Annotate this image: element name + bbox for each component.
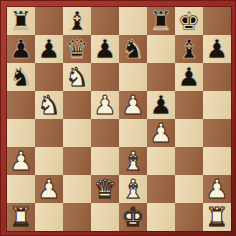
square-b4[interactable] xyxy=(35,119,63,147)
square-b5[interactable]: ♞ xyxy=(35,91,63,119)
piece-white-rook-a1[interactable]: ♜ xyxy=(9,203,32,231)
square-b2[interactable]: ♟ xyxy=(35,175,63,203)
square-e1[interactable]: ♚ xyxy=(119,203,147,231)
square-c8[interactable]: ♝ xyxy=(63,7,91,35)
square-a5[interactable] xyxy=(7,91,35,119)
piece-white-pawn-a3[interactable]: ♟ xyxy=(9,147,32,175)
piece-black-knight-e7[interactable]: ♞ xyxy=(121,35,144,63)
square-f6[interactable] xyxy=(147,63,175,91)
square-g6[interactable]: ♟ xyxy=(175,63,203,91)
square-g4[interactable] xyxy=(175,119,203,147)
piece-black-rook-a8[interactable]: ♜ xyxy=(9,7,32,35)
square-e2[interactable]: ♝ xyxy=(119,175,147,203)
piece-black-pawn-g6[interactable]: ♟ xyxy=(177,63,200,91)
square-e7[interactable]: ♞ xyxy=(119,35,147,63)
piece-black-queen-c7[interactable]: ♛ xyxy=(65,35,88,63)
square-e5[interactable]: ♟ xyxy=(119,91,147,119)
square-b8[interactable] xyxy=(35,7,63,35)
piece-white-pawn-h2[interactable]: ♟ xyxy=(205,175,228,203)
square-a6[interactable]: ♞ xyxy=(7,63,35,91)
piece-black-rook-f8[interactable]: ♜ xyxy=(149,7,172,35)
square-f8[interactable]: ♜ xyxy=(147,7,175,35)
square-h8[interactable] xyxy=(203,7,231,35)
square-a7[interactable]: ♟ xyxy=(7,35,35,63)
piece-black-pawn-d7[interactable]: ♟ xyxy=(93,35,116,63)
square-h3[interactable] xyxy=(203,147,231,175)
square-c1[interactable] xyxy=(63,203,91,231)
piece-white-pawn-e5[interactable]: ♟ xyxy=(121,91,144,119)
square-b6[interactable] xyxy=(35,63,63,91)
square-e4[interactable] xyxy=(119,119,147,147)
square-h5[interactable] xyxy=(203,91,231,119)
piece-black-pawn-b7[interactable]: ♟ xyxy=(37,35,60,63)
square-f2[interactable] xyxy=(147,175,175,203)
piece-black-pawn-a7[interactable]: ♟ xyxy=(9,35,32,63)
square-h1[interactable]: ♜ xyxy=(203,203,231,231)
square-f3[interactable] xyxy=(147,147,175,175)
square-d2[interactable]: ♛ xyxy=(91,175,119,203)
piece-black-bishop-g7[interactable]: ♝ xyxy=(177,35,200,63)
square-e6[interactable] xyxy=(119,63,147,91)
chess-board: ♜♝♜♚♟♟♛♟♞♝♟♞♞♟♞♟♟♟♟♟♝♟♛♝♟♜♚♜ xyxy=(7,7,231,231)
square-c5[interactable] xyxy=(63,91,91,119)
square-g7[interactable]: ♝ xyxy=(175,35,203,63)
square-h7[interactable]: ♟ xyxy=(203,35,231,63)
square-c7[interactable]: ♛ xyxy=(63,35,91,63)
square-f7[interactable] xyxy=(147,35,175,63)
square-g8[interactable]: ♚ xyxy=(175,7,203,35)
square-h6[interactable] xyxy=(203,63,231,91)
square-h4[interactable] xyxy=(203,119,231,147)
piece-white-knight-c6[interactable]: ♞ xyxy=(65,63,88,91)
square-c2[interactable] xyxy=(63,175,91,203)
square-g5[interactable] xyxy=(175,91,203,119)
piece-white-rook-h1[interactable]: ♜ xyxy=(205,203,228,231)
square-d8[interactable] xyxy=(91,7,119,35)
square-c4[interactable] xyxy=(63,119,91,147)
piece-black-knight-a6[interactable]: ♞ xyxy=(9,63,32,91)
square-b1[interactable] xyxy=(35,203,63,231)
square-a8[interactable]: ♜ xyxy=(7,7,35,35)
square-c6[interactable]: ♞ xyxy=(63,63,91,91)
square-d5[interactable]: ♟ xyxy=(91,91,119,119)
piece-white-king-e1[interactable]: ♚ xyxy=(121,203,144,231)
square-d6[interactable] xyxy=(91,63,119,91)
square-b3[interactable] xyxy=(35,147,63,175)
piece-white-pawn-d5[interactable]: ♟ xyxy=(93,91,116,119)
piece-black-pawn-f5[interactable]: ♟ xyxy=(149,91,172,119)
square-e8[interactable] xyxy=(119,7,147,35)
square-a1[interactable]: ♜ xyxy=(7,203,35,231)
square-d1[interactable] xyxy=(91,203,119,231)
square-a2[interactable] xyxy=(7,175,35,203)
piece-white-pawn-f4[interactable]: ♟ xyxy=(149,119,172,147)
square-c3[interactable] xyxy=(63,147,91,175)
square-d4[interactable] xyxy=(91,119,119,147)
square-g1[interactable] xyxy=(175,203,203,231)
square-e3[interactable]: ♝ xyxy=(119,147,147,175)
square-a3[interactable]: ♟ xyxy=(7,147,35,175)
piece-black-king-g8[interactable]: ♚ xyxy=(177,7,200,35)
board-frame: ♜♝♜♚♟♟♛♟♞♝♟♞♞♟♞♟♟♟♟♟♝♟♛♝♟♜♚♜ xyxy=(0,0,236,236)
piece-white-pawn-b2[interactable]: ♟ xyxy=(37,175,60,203)
square-f1[interactable] xyxy=(147,203,175,231)
square-d3[interactable] xyxy=(91,147,119,175)
piece-white-knight-b5[interactable]: ♞ xyxy=(37,91,60,119)
piece-white-bishop-e3[interactable]: ♝ xyxy=(121,147,144,175)
piece-black-pawn-h7[interactable]: ♟ xyxy=(205,35,228,63)
piece-white-queen-d2[interactable]: ♛ xyxy=(93,175,116,203)
square-d7[interactable]: ♟ xyxy=(91,35,119,63)
square-f5[interactable]: ♟ xyxy=(147,91,175,119)
piece-white-bishop-e2[interactable]: ♝ xyxy=(121,175,144,203)
piece-black-bishop-c8[interactable]: ♝ xyxy=(65,7,88,35)
square-f4[interactable]: ♟ xyxy=(147,119,175,147)
square-g3[interactable] xyxy=(175,147,203,175)
square-g2[interactable] xyxy=(175,175,203,203)
square-a4[interactable] xyxy=(7,119,35,147)
square-h2[interactable]: ♟ xyxy=(203,175,231,203)
square-b7[interactable]: ♟ xyxy=(35,35,63,63)
